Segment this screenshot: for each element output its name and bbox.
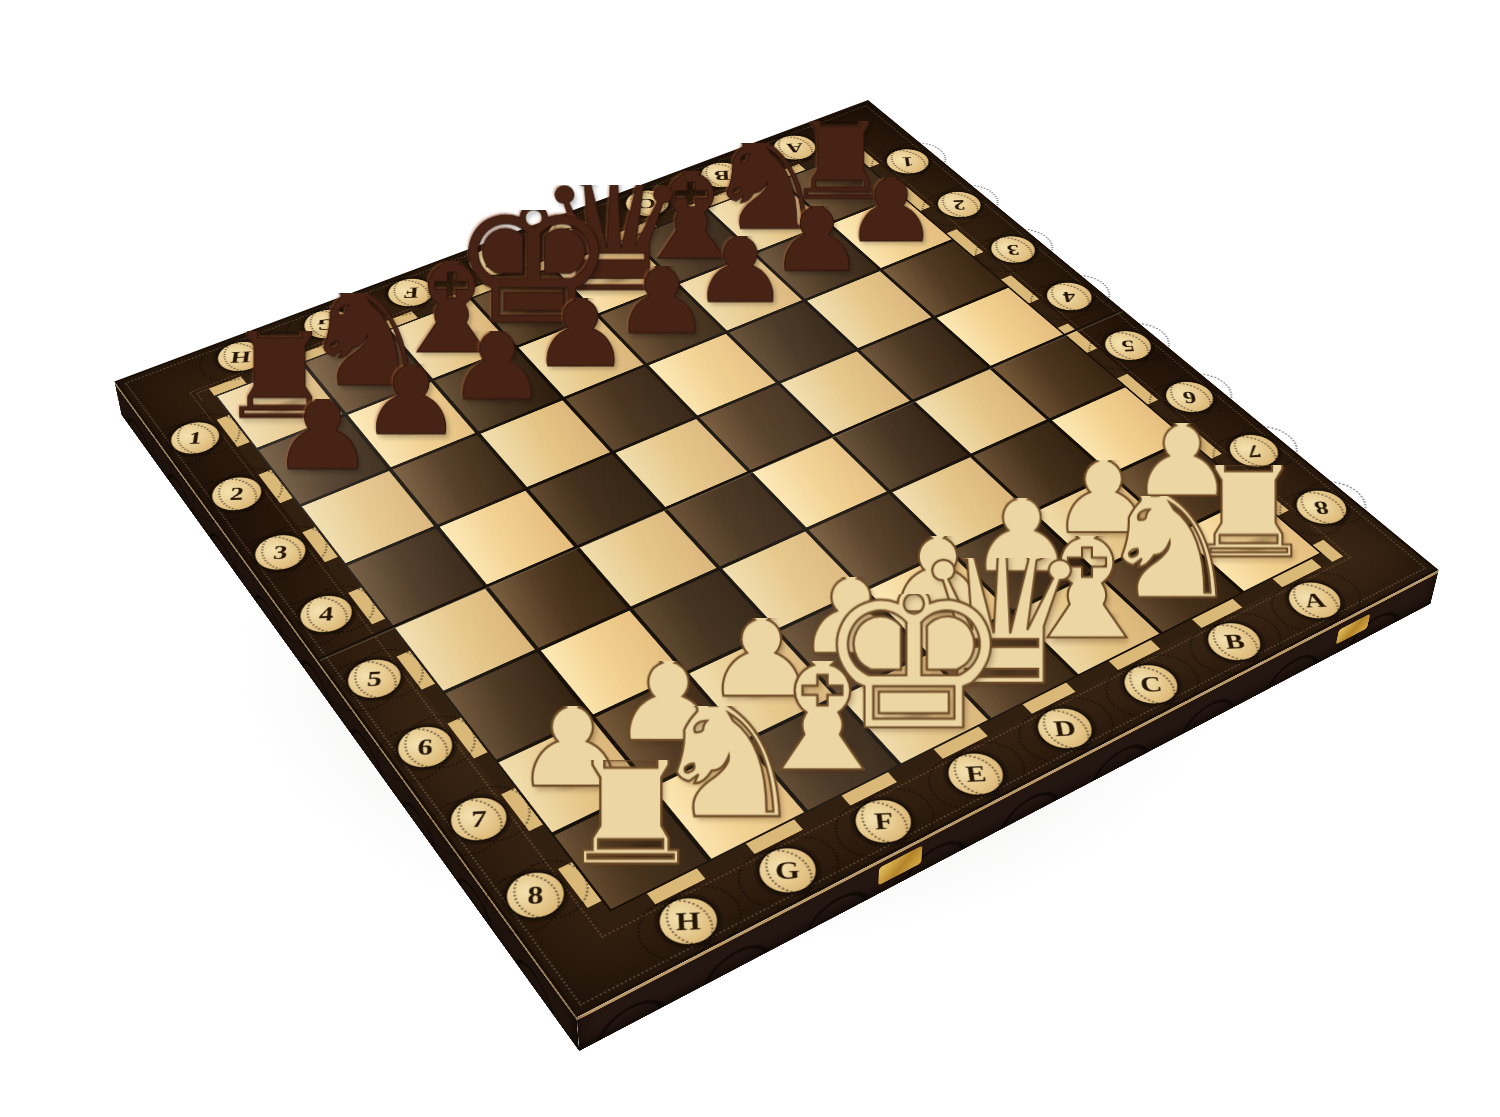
product-photo-scene: 11HH22GG33FF44EE55DD66CC77BB88AA ♜♞♝♛♚♝♞…: [0, 0, 1500, 1117]
coord-nw-file-c-label: C: [638, 195, 656, 212]
coord-ne-rank-4-label: 4: [1061, 287, 1078, 305]
coord-nw-file-f-label: F: [402, 283, 419, 301]
coord-nw-file-d-label: D: [562, 223, 580, 240]
coord-nw-file-a-label: A: [785, 140, 804, 156]
coord-ne-rank-2-label: 2: [952, 196, 967, 213]
coord-nw-file-g-label: G: [316, 315, 338, 334]
coord-sw-rank-1-label: 1: [187, 428, 204, 449]
coord-ne-rank-3-label: 3: [1005, 241, 1021, 258]
coord-nw-file-h-label: H: [230, 347, 253, 366]
piece-light-rook-h8[interactable]: ♜: [526, 760, 735, 848]
coord-ne-rank-5-label: 5: [1119, 336, 1136, 355]
coord-nw-file-b-label: B: [713, 167, 730, 183]
coord-ne-rank-1-label: 1: [901, 153, 915, 169]
coord-nw-file-e-label: E: [483, 253, 500, 271]
